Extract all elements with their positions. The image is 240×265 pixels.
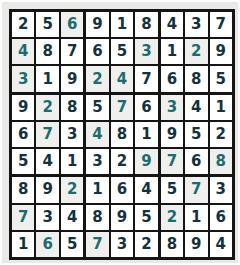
cell-r4c5[interactable]: 7: [111, 95, 133, 120]
sudoku-board: 2564873199186532474371296859286735415764…: [9, 9, 235, 260]
cell-r2c6[interactable]: 3: [135, 39, 157, 64]
cell-r7c7[interactable]: 5: [161, 177, 183, 202]
cell-r7c4[interactable]: 1: [86, 177, 108, 202]
cell-r9c5[interactable]: 3: [111, 232, 133, 257]
cell-r8c2[interactable]: 3: [36, 205, 58, 230]
cell-r2c2[interactable]: 8: [36, 39, 58, 64]
cell-r8c9[interactable]: 6: [210, 205, 232, 230]
cell-r5c9[interactable]: 2: [210, 122, 232, 147]
cell-r9c8[interactable]: 9: [185, 232, 207, 257]
cell-r1c6[interactable]: 8: [135, 12, 157, 37]
cell-r1c7[interactable]: 4: [161, 12, 183, 37]
cell-r2c9[interactable]: 9: [210, 39, 232, 64]
cell-r8c6[interactable]: 5: [135, 205, 157, 230]
cell-r6c4[interactable]: 3: [86, 149, 108, 174]
cell-r2c8[interactable]: 2: [185, 39, 207, 64]
cell-r1c5[interactable]: 1: [111, 12, 133, 37]
cell-r2c3[interactable]: 7: [61, 39, 83, 64]
cell-r6c5[interactable]: 2: [111, 149, 133, 174]
cell-r3c4[interactable]: 2: [86, 66, 108, 91]
cell-r2c4[interactable]: 6: [86, 39, 108, 64]
page-background: 2564873199186532474371296859286735415764…: [0, 0, 240, 265]
cell-r5c3[interactable]: 3: [61, 122, 83, 147]
cell-r9c1[interactable]: 1: [12, 232, 34, 257]
cell-r5c8[interactable]: 5: [185, 122, 207, 147]
cell-r4c2[interactable]: 2: [36, 95, 58, 120]
cell-r3c8[interactable]: 8: [185, 66, 207, 91]
cell-r7c5[interactable]: 6: [111, 177, 133, 202]
cell-r7c2[interactable]: 9: [36, 177, 58, 202]
cell-r6c2[interactable]: 4: [36, 149, 58, 174]
cell-r3c9[interactable]: 5: [210, 66, 232, 91]
cell-r5c5[interactable]: 8: [111, 122, 133, 147]
cell-r4c8[interactable]: 4: [185, 95, 207, 120]
sudoku-box-6: 341952768: [161, 95, 232, 175]
cell-r3c6[interactable]: 7: [135, 66, 157, 91]
cell-r9c2[interactable]: 6: [36, 232, 58, 257]
cell-r8c1[interactable]: 7: [12, 205, 34, 230]
cell-r9c4[interactable]: 7: [86, 232, 108, 257]
cell-r3c1[interactable]: 3: [12, 66, 34, 91]
cell-r2c5[interactable]: 5: [111, 39, 133, 64]
cell-r6c8[interactable]: 6: [185, 149, 207, 174]
cell-r3c5[interactable]: 4: [111, 66, 133, 91]
cell-r4c9[interactable]: 1: [210, 95, 232, 120]
cell-r7c9[interactable]: 3: [210, 177, 232, 202]
cell-r1c2[interactable]: 5: [36, 12, 58, 37]
cell-r3c2[interactable]: 1: [36, 66, 58, 91]
cell-r5c4[interactable]: 4: [86, 122, 108, 147]
cell-r6c1[interactable]: 5: [12, 149, 34, 174]
cell-r2c7[interactable]: 1: [161, 39, 183, 64]
cell-r8c4[interactable]: 8: [86, 205, 108, 230]
cell-r1c3[interactable]: 6: [61, 12, 83, 37]
cell-r1c1[interactable]: 2: [12, 12, 34, 37]
cell-r4c7[interactable]: 3: [161, 95, 183, 120]
cell-r1c9[interactable]: 7: [210, 12, 232, 37]
cell-r8c3[interactable]: 4: [61, 205, 83, 230]
sudoku-box-1: 256487319: [12, 12, 83, 92]
sudoku-box-8: 164895732: [86, 177, 157, 257]
sudoku-box-7: 892734165: [12, 177, 83, 257]
cell-r6c3[interactable]: 1: [61, 149, 83, 174]
cell-r4c6[interactable]: 6: [135, 95, 157, 120]
sudoku-box-3: 437129685: [161, 12, 232, 92]
cell-r7c1[interactable]: 8: [12, 177, 34, 202]
cell-r3c3[interactable]: 9: [61, 66, 83, 91]
cell-r9c3[interactable]: 5: [61, 232, 83, 257]
cell-r5c2[interactable]: 7: [36, 122, 58, 147]
cell-r9c7[interactable]: 8: [161, 232, 183, 257]
cell-r1c4[interactable]: 9: [86, 12, 108, 37]
cell-r1c8[interactable]: 3: [185, 12, 207, 37]
cell-r3c7[interactable]: 6: [161, 66, 183, 91]
cell-r4c4[interactable]: 5: [86, 95, 108, 120]
cell-r8c5[interactable]: 9: [111, 205, 133, 230]
cell-r7c8[interactable]: 7: [185, 177, 207, 202]
cell-r5c1[interactable]: 6: [12, 122, 34, 147]
sudoku-box-9: 573216894: [161, 177, 232, 257]
cell-r8c8[interactable]: 1: [185, 205, 207, 230]
sudoku-box-5: 576481329: [86, 95, 157, 175]
cell-r9c6[interactable]: 2: [135, 232, 157, 257]
cell-r8c7[interactable]: 2: [161, 205, 183, 230]
cell-r7c6[interactable]: 4: [135, 177, 157, 202]
cell-r9c9[interactable]: 4: [210, 232, 232, 257]
cell-r6c9[interactable]: 8: [210, 149, 232, 174]
cell-r4c3[interactable]: 8: [61, 95, 83, 120]
cell-r5c6[interactable]: 1: [135, 122, 157, 147]
cell-r5c7[interactable]: 9: [161, 122, 183, 147]
cell-r4c1[interactable]: 9: [12, 95, 34, 120]
sudoku-box-4: 928673541: [12, 95, 83, 175]
cell-r6c7[interactable]: 7: [161, 149, 183, 174]
sudoku-box-2: 918653247: [86, 12, 157, 92]
cell-r7c3[interactable]: 2: [61, 177, 83, 202]
cell-r2c1[interactable]: 4: [12, 39, 34, 64]
cell-r6c6[interactable]: 9: [135, 149, 157, 174]
